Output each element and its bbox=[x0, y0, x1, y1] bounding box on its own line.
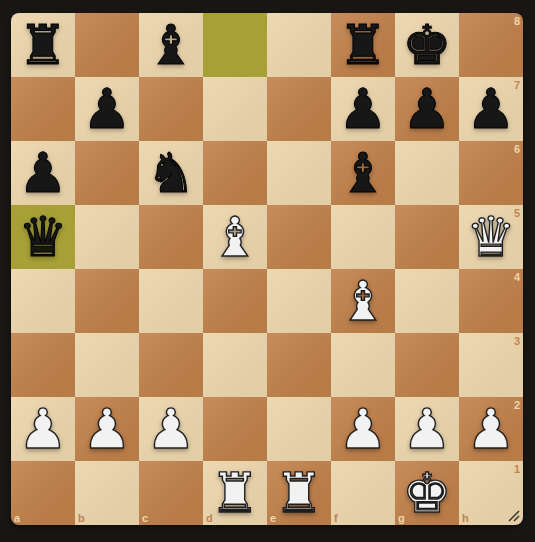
piece-black-bishop[interactable]: ♝ bbox=[331, 141, 395, 205]
square-g2[interactable]: ♟ bbox=[395, 397, 459, 461]
square-e7[interactable] bbox=[267, 77, 331, 141]
rank-label-1: 1 bbox=[514, 463, 520, 475]
square-h3[interactable]: 3 bbox=[459, 333, 523, 397]
square-f4[interactable]: ♝ bbox=[331, 269, 395, 333]
square-h4[interactable]: 4 bbox=[459, 269, 523, 333]
piece-white-pawn[interactable]: ♟ bbox=[11, 397, 75, 461]
square-e1[interactable]: ♜e bbox=[267, 461, 331, 525]
square-c8[interactable]: ♝ bbox=[139, 13, 203, 77]
piece-black-rook[interactable]: ♜ bbox=[11, 13, 75, 77]
square-g6[interactable] bbox=[395, 141, 459, 205]
square-g7[interactable]: ♟ bbox=[395, 77, 459, 141]
piece-black-pawn[interactable]: ♟ bbox=[395, 77, 459, 141]
square-e8[interactable] bbox=[267, 13, 331, 77]
square-d6[interactable] bbox=[203, 141, 267, 205]
board-resize-handle-icon[interactable] bbox=[507, 509, 521, 523]
square-b2[interactable]: ♟ bbox=[75, 397, 139, 461]
square-g4[interactable] bbox=[395, 269, 459, 333]
square-f2[interactable]: ♟ bbox=[331, 397, 395, 461]
square-e2[interactable] bbox=[267, 397, 331, 461]
square-a1[interactable]: a bbox=[11, 461, 75, 525]
file-label-f: f bbox=[334, 512, 338, 524]
square-e6[interactable] bbox=[267, 141, 331, 205]
file-label-c: c bbox=[142, 512, 148, 524]
piece-white-rook[interactable]: ♜ bbox=[203, 461, 267, 525]
file-label-a: a bbox=[14, 512, 20, 524]
square-d7[interactable] bbox=[203, 77, 267, 141]
square-f6[interactable]: ♝ bbox=[331, 141, 395, 205]
rank-label-4: 4 bbox=[514, 271, 520, 283]
square-g1[interactable]: ♚g bbox=[395, 461, 459, 525]
square-e4[interactable] bbox=[267, 269, 331, 333]
piece-black-pawn[interactable]: ♟ bbox=[11, 141, 75, 205]
piece-black-knight[interactable]: ♞ bbox=[139, 141, 203, 205]
square-h7[interactable]: ♟7 bbox=[459, 77, 523, 141]
square-b1[interactable]: b bbox=[75, 461, 139, 525]
square-b3[interactable] bbox=[75, 333, 139, 397]
piece-white-pawn[interactable]: ♟ bbox=[331, 397, 395, 461]
square-c7[interactable] bbox=[139, 77, 203, 141]
piece-black-pawn[interactable]: ♟ bbox=[459, 77, 523, 141]
square-g3[interactable] bbox=[395, 333, 459, 397]
square-a5[interactable]: ♛ bbox=[11, 205, 75, 269]
square-g5[interactable] bbox=[395, 205, 459, 269]
piece-white-bishop[interactable]: ♝ bbox=[331, 269, 395, 333]
square-a4[interactable] bbox=[11, 269, 75, 333]
piece-black-pawn[interactable]: ♟ bbox=[331, 77, 395, 141]
square-h8[interactable]: 8 bbox=[459, 13, 523, 77]
square-f7[interactable]: ♟ bbox=[331, 77, 395, 141]
square-d5[interactable]: ♝ bbox=[203, 205, 267, 269]
square-a8[interactable]: ♜ bbox=[11, 13, 75, 77]
piece-white-king[interactable]: ♚ bbox=[395, 461, 459, 525]
square-c5[interactable] bbox=[139, 205, 203, 269]
square-b6[interactable] bbox=[75, 141, 139, 205]
square-d4[interactable] bbox=[203, 269, 267, 333]
piece-white-pawn[interactable]: ♟ bbox=[395, 397, 459, 461]
square-e5[interactable] bbox=[267, 205, 331, 269]
square-e3[interactable] bbox=[267, 333, 331, 397]
square-h5[interactable]: ♛5 bbox=[459, 205, 523, 269]
file-label-b: b bbox=[78, 512, 85, 524]
square-d8[interactable] bbox=[203, 13, 267, 77]
square-g8[interactable]: ♚ bbox=[395, 13, 459, 77]
rank-label-6: 6 bbox=[514, 143, 520, 155]
rank-label-3: 3 bbox=[514, 335, 520, 347]
file-label-h: h bbox=[462, 512, 469, 524]
piece-white-queen[interactable]: ♛ bbox=[459, 205, 523, 269]
square-a7[interactable] bbox=[11, 77, 75, 141]
square-c4[interactable] bbox=[139, 269, 203, 333]
square-f1[interactable]: f bbox=[331, 461, 395, 525]
square-c6[interactable]: ♞ bbox=[139, 141, 203, 205]
square-d2[interactable] bbox=[203, 397, 267, 461]
square-c2[interactable]: ♟ bbox=[139, 397, 203, 461]
square-b7[interactable]: ♟ bbox=[75, 77, 139, 141]
square-d1[interactable]: ♜d bbox=[203, 461, 267, 525]
square-f8[interactable]: ♜ bbox=[331, 13, 395, 77]
square-f3[interactable] bbox=[331, 333, 395, 397]
square-h6[interactable]: 6 bbox=[459, 141, 523, 205]
piece-white-pawn[interactable]: ♟ bbox=[75, 397, 139, 461]
square-b8[interactable] bbox=[75, 13, 139, 77]
square-c1[interactable]: c bbox=[139, 461, 203, 525]
square-a6[interactable]: ♟ bbox=[11, 141, 75, 205]
piece-black-queen[interactable]: ♛ bbox=[11, 205, 75, 269]
square-c3[interactable] bbox=[139, 333, 203, 397]
piece-black-king[interactable]: ♚ bbox=[395, 13, 459, 77]
square-b5[interactable] bbox=[75, 205, 139, 269]
piece-white-pawn[interactable]: ♟ bbox=[139, 397, 203, 461]
piece-black-bishop[interactable]: ♝ bbox=[139, 13, 203, 77]
piece-white-pawn[interactable]: ♟ bbox=[459, 397, 523, 461]
square-b4[interactable] bbox=[75, 269, 139, 333]
rank-label-8: 8 bbox=[514, 15, 520, 27]
square-a2[interactable]: ♟ bbox=[11, 397, 75, 461]
piece-white-bishop[interactable]: ♝ bbox=[203, 205, 267, 269]
square-d3[interactable] bbox=[203, 333, 267, 397]
piece-black-rook[interactable]: ♜ bbox=[331, 13, 395, 77]
square-a3[interactable] bbox=[11, 333, 75, 397]
square-f5[interactable] bbox=[331, 205, 395, 269]
square-h2[interactable]: ♟2 bbox=[459, 397, 523, 461]
page-background: ♜♝♜♚8♟♟♟♟7♟♞♝6♛♝♛5♝43♟♟♟♟♟♟2abc♜d♜ef♚g1h bbox=[0, 0, 535, 542]
piece-black-pawn[interactable]: ♟ bbox=[75, 77, 139, 141]
chess-board: ♜♝♜♚8♟♟♟♟7♟♞♝6♛♝♛5♝43♟♟♟♟♟♟2abc♜d♜ef♚g1h bbox=[11, 13, 523, 525]
piece-white-rook[interactable]: ♜ bbox=[267, 461, 331, 525]
